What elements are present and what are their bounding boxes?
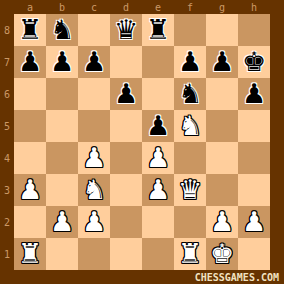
rank-label-7: 7: [0, 46, 14, 78]
square-h8[interactable]: [238, 14, 270, 46]
white-pawn[interactable]: ♟: [18, 174, 42, 206]
square-b4[interactable]: [46, 142, 78, 174]
square-h3[interactable]: [238, 174, 270, 206]
square-f2[interactable]: [174, 206, 206, 238]
file-label-e: e: [142, 0, 174, 14]
black-queen[interactable]: ♛: [114, 14, 138, 46]
rank-label-3: 3: [0, 174, 14, 206]
black-pawn[interactable]: ♟: [18, 46, 42, 78]
white-pawn[interactable]: ♟: [210, 206, 234, 238]
square-c6[interactable]: [78, 78, 110, 110]
black-rook[interactable]: ♜: [18, 14, 42, 46]
square-h5[interactable]: [238, 110, 270, 142]
white-pawn[interactable]: ♟: [242, 206, 266, 238]
rank-labels: 87654321: [0, 14, 14, 270]
square-e4[interactable]: ♟: [142, 142, 174, 174]
white-knight[interactable]: ♞: [178, 110, 202, 142]
square-b1[interactable]: [46, 238, 78, 270]
white-pawn[interactable]: ♟: [50, 206, 74, 238]
black-pawn[interactable]: ♟: [146, 110, 170, 142]
square-a4[interactable]: [14, 142, 46, 174]
file-label-c: c: [78, 0, 110, 14]
square-e7[interactable]: [142, 46, 174, 78]
file-labels: abcdefgh: [14, 0, 270, 14]
rank-label-2: 2: [0, 206, 14, 238]
rank-label-6: 6: [0, 78, 14, 110]
white-queen[interactable]: ♛: [178, 174, 202, 206]
white-pawn[interactable]: ♟: [82, 142, 106, 174]
white-king[interactable]: ♚: [210, 238, 234, 270]
file-label-a: a: [14, 0, 46, 14]
square-e3[interactable]: ♟: [142, 174, 174, 206]
file-label-h: h: [238, 0, 270, 14]
rank-label-5: 5: [0, 110, 14, 142]
square-g6[interactable]: [206, 78, 238, 110]
square-h2[interactable]: ♟: [238, 206, 270, 238]
square-a6[interactable]: [14, 78, 46, 110]
square-f7[interactable]: ♟: [174, 46, 206, 78]
black-knight[interactable]: ♞: [50, 14, 74, 46]
black-rook[interactable]: ♜: [146, 14, 170, 46]
square-h7[interactable]: ♚: [238, 46, 270, 78]
square-d3[interactable]: [110, 174, 142, 206]
square-b3[interactable]: [46, 174, 78, 206]
black-pawn[interactable]: ♟: [178, 46, 202, 78]
square-d6[interactable]: ♟: [110, 78, 142, 110]
square-e5[interactable]: ♟: [142, 110, 174, 142]
black-pawn[interactable]: ♟: [210, 46, 234, 78]
black-pawn[interactable]: ♟: [114, 78, 138, 110]
black-pawn[interactable]: ♟: [50, 46, 74, 78]
square-c3[interactable]: ♞: [78, 174, 110, 206]
square-b5[interactable]: [46, 110, 78, 142]
square-f1[interactable]: ♜: [174, 238, 206, 270]
white-pawn[interactable]: ♟: [146, 174, 170, 206]
rank-label-8: 8: [0, 14, 14, 46]
white-knight[interactable]: ♞: [82, 174, 106, 206]
file-label-b: b: [46, 0, 78, 14]
square-f6[interactable]: ♞: [174, 78, 206, 110]
square-g7[interactable]: ♟: [206, 46, 238, 78]
square-a5[interactable]: [14, 110, 46, 142]
square-e1[interactable]: [142, 238, 174, 270]
white-rook[interactable]: ♜: [178, 238, 202, 270]
square-f4[interactable]: [174, 142, 206, 174]
white-pawn[interactable]: ♟: [146, 142, 170, 174]
square-d4[interactable]: [110, 142, 142, 174]
square-b6[interactable]: [46, 78, 78, 110]
file-label-d: d: [110, 0, 142, 14]
square-e6[interactable]: [142, 78, 174, 110]
square-c1[interactable]: [78, 238, 110, 270]
square-e2[interactable]: [142, 206, 174, 238]
square-c2[interactable]: ♟: [78, 206, 110, 238]
square-c4[interactable]: ♟: [78, 142, 110, 174]
square-a8[interactable]: ♜: [14, 14, 46, 46]
square-c8[interactable]: [78, 14, 110, 46]
chess-board-frame: abcdefgh 87654321 ♜♞♛♜♟♟♟♟♟♚♟♞♟♟♞♟♟♟♞♟♛♟…: [0, 0, 284, 284]
square-d2[interactable]: [110, 206, 142, 238]
square-d8[interactable]: ♛: [110, 14, 142, 46]
white-rook[interactable]: ♜: [18, 238, 42, 270]
file-label-g: g: [206, 0, 238, 14]
square-a7[interactable]: ♟: [14, 46, 46, 78]
square-a3[interactable]: ♟: [14, 174, 46, 206]
square-g4[interactable]: [206, 142, 238, 174]
black-knight[interactable]: ♞: [178, 78, 202, 110]
rank-label-1: 1: [0, 238, 14, 270]
square-a2[interactable]: [14, 206, 46, 238]
square-g2[interactable]: ♟: [206, 206, 238, 238]
square-c5[interactable]: [78, 110, 110, 142]
square-h6[interactable]: ♟: [238, 78, 270, 110]
black-king[interactable]: ♚: [242, 46, 266, 78]
square-g3[interactable]: [206, 174, 238, 206]
square-f3[interactable]: ♛: [174, 174, 206, 206]
site-watermark: CHESSGAMES.COM: [195, 270, 279, 284]
square-g5[interactable]: [206, 110, 238, 142]
square-g1[interactable]: ♚: [206, 238, 238, 270]
black-pawn[interactable]: ♟: [82, 46, 106, 78]
square-b7[interactable]: ♟: [46, 46, 78, 78]
white-pawn[interactable]: ♟: [82, 206, 106, 238]
square-d1[interactable]: [110, 238, 142, 270]
square-c7[interactable]: ♟: [78, 46, 110, 78]
square-g8[interactable]: [206, 14, 238, 46]
square-h1[interactable]: [238, 238, 270, 270]
square-f8[interactable]: [174, 14, 206, 46]
square-a1[interactable]: ♜: [14, 238, 46, 270]
rank-label-4: 4: [0, 142, 14, 174]
chess-board: ♜♞♛♜♟♟♟♟♟♚♟♞♟♟♞♟♟♟♞♟♛♟♟♟♟♜♜♚: [14, 14, 270, 270]
square-b8[interactable]: ♞: [46, 14, 78, 46]
square-b2[interactable]: ♟: [46, 206, 78, 238]
square-f5[interactable]: ♞: [174, 110, 206, 142]
square-d7[interactable]: [110, 46, 142, 78]
square-h4[interactable]: [238, 142, 270, 174]
file-label-f: f: [174, 0, 206, 14]
square-e8[interactable]: ♜: [142, 14, 174, 46]
square-d5[interactable]: [110, 110, 142, 142]
black-pawn[interactable]: ♟: [242, 78, 266, 110]
